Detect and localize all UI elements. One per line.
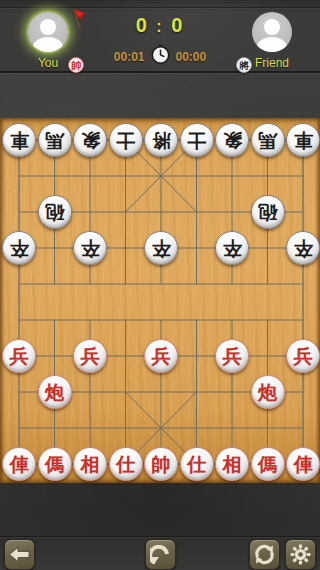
xiangqi-piece-red[interactable]: 兵 bbox=[73, 339, 107, 373]
gear-icon bbox=[290, 544, 311, 565]
restart-button[interactable] bbox=[249, 539, 280, 570]
score: 0 : 0 bbox=[100, 14, 220, 37]
player-friend: 將 Friend bbox=[227, 12, 317, 70]
xiangqi-piece-red[interactable]: 兵 bbox=[2, 339, 36, 373]
xiangqi-board[interactable]: 車馬象士將士象馬車砲砲卒卒卒卒卒兵兵兵兵兵炮炮俥傌相仕帥仕相傌俥 bbox=[0, 118, 320, 483]
xiangqi-piece-red[interactable]: 相 bbox=[215, 447, 249, 481]
xiangqi-piece-black[interactable]: 卒 bbox=[215, 231, 249, 265]
xiangqi-piece-red[interactable]: 俥 bbox=[286, 447, 320, 481]
xiangqi-piece-black[interactable]: 卒 bbox=[73, 231, 107, 265]
xiangqi-piece-black[interactable]: 卒 bbox=[2, 231, 36, 265]
xiangqi-piece-black[interactable]: 士 bbox=[109, 123, 143, 157]
xiangqi-piece-black[interactable]: 士 bbox=[180, 123, 214, 157]
xiangqi-piece-black[interactable]: 砲 bbox=[251, 195, 285, 229]
avatar-silhouette bbox=[33, 37, 63, 52]
player-you: 帥 You bbox=[3, 12, 93, 70]
side-badge-black: 將 bbox=[236, 57, 252, 73]
xiangqi-piece-red[interactable]: 兵 bbox=[144, 339, 178, 373]
xiangqi-piece-black[interactable]: 馬 bbox=[38, 123, 72, 157]
xiangqi-piece-red[interactable]: 仕 bbox=[109, 447, 143, 481]
xiangqi-piece-red[interactable]: 仕 bbox=[180, 447, 214, 481]
xiangqi-piece-red[interactable]: 帥 bbox=[144, 447, 178, 481]
xiangqi-piece-black[interactable]: 將 bbox=[144, 123, 178, 157]
avatar-you[interactable] bbox=[28, 12, 68, 52]
xiangqi-piece-red[interactable]: 炮 bbox=[38, 375, 72, 409]
undo-button[interactable] bbox=[145, 539, 176, 570]
pieces-layer: 車馬象士將士象馬車砲砲卒卒卒卒卒兵兵兵兵兵炮炮俥傌相仕帥仕相傌俥 bbox=[0, 118, 320, 483]
timer-you: 00:01 bbox=[114, 50, 145, 64]
xiangqi-piece-black[interactable]: 車 bbox=[2, 123, 36, 157]
xiangqi-piece-black[interactable]: 馬 bbox=[251, 123, 285, 157]
avatar-silhouette bbox=[264, 19, 280, 35]
xiangqi-piece-red[interactable]: 炮 bbox=[251, 375, 285, 409]
xiangqi-piece-red[interactable]: 傌 bbox=[251, 447, 285, 481]
xiangqi-piece-red[interactable]: 俥 bbox=[2, 447, 36, 481]
xiangqi-piece-red[interactable]: 兵 bbox=[215, 339, 249, 373]
score-box: 0 : 0 00:01 00:00 bbox=[100, 14, 220, 69]
bottom-toolbar bbox=[0, 536, 320, 570]
xiangqi-piece-black[interactable]: 象 bbox=[73, 123, 107, 157]
xiangqi-piece-black[interactable]: 卒 bbox=[144, 231, 178, 265]
xiangqi-piece-red[interactable]: 兵 bbox=[286, 339, 320, 373]
avatar-silhouette bbox=[40, 19, 56, 35]
side-badge-red: 帥 bbox=[68, 57, 84, 73]
xiangqi-piece-red[interactable]: 傌 bbox=[38, 447, 72, 481]
xiangqi-piece-red[interactable]: 相 bbox=[73, 447, 107, 481]
back-button[interactable] bbox=[4, 539, 35, 570]
settings-button[interactable] bbox=[285, 539, 316, 570]
xiangqi-piece-black[interactable]: 象 bbox=[215, 123, 249, 157]
score-left: 0 bbox=[136, 14, 149, 36]
clock-icon bbox=[150, 44, 171, 69]
undo-icon bbox=[150, 545, 171, 564]
xiangqi-piece-black[interactable]: 砲 bbox=[38, 195, 72, 229]
score-separator: : bbox=[156, 18, 163, 35]
red-flag-icon bbox=[71, 8, 87, 34]
xiangqi-app: 帥 You 0 : 0 00:01 00:00 bbox=[0, 0, 320, 570]
restart-icon bbox=[254, 544, 275, 565]
xiangqi-piece-black[interactable]: 車 bbox=[286, 123, 320, 157]
timer-row: 00:01 00:00 bbox=[100, 44, 220, 69]
avatar-friend[interactable] bbox=[252, 12, 292, 52]
xiangqi-piece-black[interactable]: 卒 bbox=[286, 231, 320, 265]
timer-friend: 00:00 bbox=[176, 50, 207, 64]
back-arrow-icon bbox=[9, 547, 30, 562]
score-right: 0 bbox=[171, 14, 184, 36]
top-bar: 帥 You 0 : 0 00:01 00:00 bbox=[0, 0, 320, 73]
avatar-silhouette bbox=[257, 37, 287, 52]
